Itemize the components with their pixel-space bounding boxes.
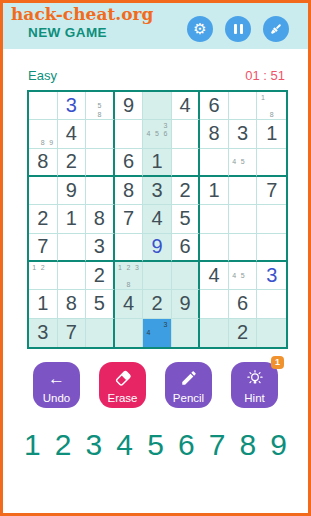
cell-r6c7[interactable] [200, 234, 229, 262]
cell-r3c9[interactable] [257, 149, 286, 177]
cell-r3c3[interactable] [86, 149, 115, 177]
pencil-marks-r1c3: 58 [87, 93, 112, 118]
cell-r5c1[interactable]: 2 [29, 205, 58, 233]
cell-r8c8[interactable]: 6 [229, 290, 258, 318]
cell-r3c8[interactable]: 45 [229, 149, 258, 177]
cell-r7c7[interactable]: 4 [200, 262, 229, 290]
cell-r6c8[interactable] [229, 234, 258, 262]
cell-r8c4[interactable]: 4 [115, 290, 144, 318]
cell-r1c4[interactable]: 9 [115, 92, 144, 120]
pencil-marks-r7c8: 45 [230, 263, 256, 288]
cell-r6c1[interactable]: 7 [29, 234, 58, 262]
cell-r3c5[interactable]: 1 [143, 149, 172, 177]
cell-r1c7[interactable]: 6 [200, 92, 229, 120]
cell-r9c4[interactable] [115, 319, 144, 347]
cell-r9c9[interactable] [257, 319, 286, 347]
pencil-marks-r7c1: 12 [30, 263, 56, 288]
sudoku-board: 3589461889434568318261459832172187457396… [27, 90, 288, 349]
pause-icon [234, 24, 243, 34]
cell-r8c7[interactable] [200, 290, 229, 318]
undo-label: Undo [43, 392, 71, 404]
cell-r2c7[interactable]: 8 [200, 120, 229, 148]
undo-arrow-icon: ← [33, 367, 80, 389]
cell-r9c8[interactable]: 2 [229, 319, 258, 347]
cell-r8c2[interactable]: 8 [58, 290, 87, 318]
cell-r2c1[interactable]: 89 [29, 120, 58, 148]
cell-r5c4[interactable]: 7 [115, 205, 144, 233]
cell-r2c5[interactable]: 3456 [143, 120, 172, 148]
cell-r5c8[interactable] [229, 205, 258, 233]
toolbar: ← Undo Erase Pencil 1 [3, 362, 308, 408]
cell-r6c2[interactable] [58, 234, 87, 262]
cell-r8c5[interactable]: 2 [143, 290, 172, 318]
hint-label: Hint [244, 392, 264, 404]
watermark: hack-cheat.org [11, 4, 153, 24]
cell-r7c5[interactable] [143, 262, 172, 290]
topbar-icons: ⚙ [187, 16, 289, 42]
cell-r5c5[interactable]: 4 [143, 205, 172, 233]
cell-r1c1[interactable] [29, 92, 58, 120]
cell-r4c8[interactable] [229, 177, 258, 205]
pencil-label: Pencil [173, 392, 204, 404]
cell-r9c3[interactable] [86, 319, 115, 347]
cell-r1c5[interactable] [143, 92, 172, 120]
cell-r4c4[interactable]: 8 [115, 177, 144, 205]
gear-icon: ⚙ [193, 22, 206, 37]
cell-r2c6[interactable] [172, 120, 201, 148]
cell-r6c5[interactable]: 9 [143, 234, 172, 262]
cell-r7c3[interactable]: 2 [86, 262, 115, 290]
cell-r4c1[interactable] [29, 177, 58, 205]
cell-r1c6[interactable]: 4 [172, 92, 201, 120]
erase-button[interactable]: Erase [99, 362, 146, 408]
cell-r7c9[interactable]: 3 [257, 262, 286, 290]
cell-r4c3[interactable] [86, 177, 115, 205]
pencil-marks-r1c9: 18 [258, 93, 285, 118]
cell-r7c1[interactable]: 12 [29, 262, 58, 290]
cell-r3c7[interactable] [200, 149, 229, 177]
pencil-marks-r9c5: 34 [144, 320, 170, 346]
cell-r4c6[interactable]: 2 [172, 177, 201, 205]
cell-r5c9[interactable] [257, 205, 286, 233]
cell-r7c8[interactable]: 45 [229, 262, 258, 290]
cell-r5c6[interactable]: 5 [172, 205, 201, 233]
lightbulb-icon [231, 367, 278, 389]
cell-r7c6[interactable] [172, 262, 201, 290]
pencil-marks-r2c5: 3456 [144, 121, 170, 146]
difficulty-label: Easy [28, 68, 57, 83]
cell-r9c2[interactable]: 7 [58, 319, 87, 347]
cell-r1c3[interactable]: 58 [86, 92, 115, 120]
numpad-9[interactable]: 9 [270, 430, 287, 460]
cell-r2c2[interactable]: 4 [58, 120, 87, 148]
cell-r4c5[interactable]: 3 [143, 177, 172, 205]
cell-r2c8[interactable]: 3 [229, 120, 258, 148]
app-window: hack-cheat.org NEW GAME ⚙ Easy [0, 0, 311, 516]
page-title: NEW GAME [28, 25, 107, 40]
cell-r4c2[interactable]: 9 [58, 177, 87, 205]
cell-r6c4[interactable] [115, 234, 144, 262]
pause-button[interactable] [225, 16, 251, 42]
cell-r2c3[interactable] [86, 120, 115, 148]
number-pad: 123456789 [3, 430, 308, 460]
timer: 01 : 51 [245, 68, 285, 83]
cell-r3c2[interactable]: 2 [58, 149, 87, 177]
numpad-3[interactable]: 3 [86, 430, 103, 460]
status-row: Easy 01 : 51 [3, 49, 308, 83]
cell-r6c6[interactable]: 6 [172, 234, 201, 262]
cell-r6c9[interactable] [257, 234, 286, 262]
numpad-1[interactable]: 1 [24, 430, 41, 460]
cell-r5c3[interactable]: 8 [86, 205, 115, 233]
cell-r8c9[interactable] [257, 290, 286, 318]
undo-button[interactable]: ← Undo [33, 362, 80, 408]
cell-r3c6[interactable] [172, 149, 201, 177]
numpad-4[interactable]: 4 [116, 430, 133, 460]
hint-button[interactable]: 1 Hint [231, 362, 278, 408]
cell-r1c8[interactable] [229, 92, 258, 120]
numpad-2[interactable]: 2 [55, 430, 72, 460]
cell-r4c7[interactable]: 1 [200, 177, 229, 205]
theme-button[interactable] [263, 16, 289, 42]
pencil-marks-r2c1: 89 [30, 121, 56, 146]
settings-button[interactable]: ⚙ [187, 16, 213, 42]
pencil-button[interactable]: Pencil [165, 362, 212, 408]
cell-r1c9[interactable]: 18 [257, 92, 286, 120]
cell-r2c9[interactable]: 1 [257, 120, 286, 148]
cell-r7c4[interactable]: 1238 [115, 262, 144, 290]
cell-r5c7[interactable] [200, 205, 229, 233]
pencil-icon [165, 367, 212, 389]
eraser-icon [99, 367, 146, 389]
cell-r8c1[interactable]: 1 [29, 290, 58, 318]
cell-r7c2[interactable] [58, 262, 87, 290]
numpad-5[interactable]: 5 [147, 430, 164, 460]
cell-r3c1[interactable]: 8 [29, 149, 58, 177]
numpad-7[interactable]: 7 [209, 430, 226, 460]
erase-label: Erase [107, 392, 137, 404]
cell-r9c1[interactable]: 3 [29, 319, 58, 347]
pencil-marks-r3c8: 45 [230, 150, 256, 174]
numpad-8[interactable]: 8 [239, 430, 256, 460]
cell-r8c3[interactable]: 5 [86, 290, 115, 318]
cell-r8c6[interactable]: 9 [172, 290, 201, 318]
cell-r9c6[interactable] [172, 319, 201, 347]
cell-r4c9[interactable]: 7 [257, 177, 286, 205]
numpad-6[interactable]: 6 [178, 430, 195, 460]
cell-r1c2[interactable]: 3 [58, 92, 87, 120]
cell-r2c4[interactable] [115, 120, 144, 148]
pencil-marks-r7c4: 1238 [116, 263, 142, 288]
cell-r3c4[interactable]: 6 [115, 149, 144, 177]
cell-r9c7[interactable] [200, 319, 229, 347]
cell-r6c3[interactable]: 3 [86, 234, 115, 262]
cell-r5c2[interactable]: 1 [58, 205, 87, 233]
brush-icon [268, 21, 284, 37]
cell-r9c5[interactable]: 34 [143, 319, 172, 347]
